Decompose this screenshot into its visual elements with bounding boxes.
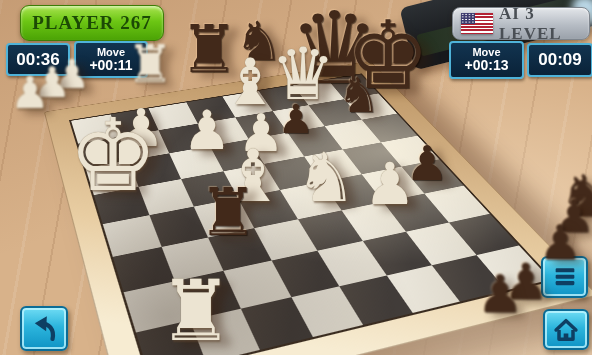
white-king-e1[interactable]: ♚ [68, 106, 158, 206]
white-rook-c1[interactable]: ♜ [158, 269, 233, 353]
ai-move-timer: Move +00:13 [449, 41, 524, 79]
black-rook-d2[interactable]: ♜ [198, 180, 257, 246]
captured-white-pawn-0: ♟ [10, 71, 49, 115]
ai-time-value: 00:09 [538, 50, 581, 70]
white-knight-d5[interactable]: ♞ [296, 144, 357, 212]
ai-level-label: AI 3 LEVEL [499, 4, 581, 44]
game-screen: ♞♜♛♚♛♝♞♟♟♟♟♟♚♝♞♟♜♜♟♟♟♜♟♟♟♟♞ PLAYER 267 0… [0, 0, 592, 355]
white-pawn-d6[interactable]: ♟ [364, 155, 416, 213]
ai-level-banner: AI 3 LEVEL [452, 7, 590, 40]
player-name-label: PLAYER 267 [32, 12, 152, 34]
ai-move-time: +00:13 [465, 58, 509, 73]
us-flag-icon [461, 13, 493, 34]
captured-white-rook-3: ♜ [127, 38, 174, 90]
undo-button[interactable] [20, 306, 68, 351]
home-button[interactable] [543, 309, 589, 350]
undo-arrow-icon [26, 312, 62, 346]
home-icon [551, 316, 581, 344]
black-knight-f7[interactable]: ♞ [337, 71, 380, 119]
ai-clock: 00:09 [527, 43, 592, 77]
captured-black-pawn-0: ♟ [477, 268, 524, 320]
